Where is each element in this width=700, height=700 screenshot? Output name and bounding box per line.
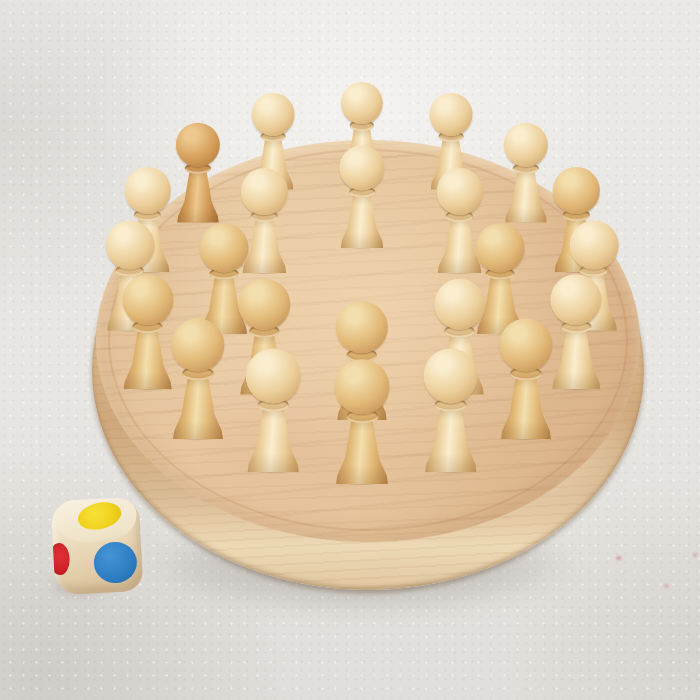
pawn-body — [499, 374, 552, 440]
pawn-outer-11[interactable] — [171, 319, 224, 440]
pawn-body — [504, 168, 548, 223]
pawn-head — [436, 168, 482, 214]
pawn-head — [476, 223, 525, 272]
pawn-head — [424, 349, 479, 404]
pawn-head — [551, 274, 602, 325]
pawn-body — [246, 405, 301, 472]
die-yellow-dot — [75, 498, 123, 533]
pawn-head — [239, 279, 290, 330]
pawn-outer-12[interactable] — [122, 274, 173, 390]
pawn-body — [171, 374, 224, 440]
die-red-dot — [51, 542, 71, 575]
pawn-head — [504, 123, 548, 167]
pawn-outer-15[interactable] — [176, 123, 220, 223]
pawn-head — [334, 359, 389, 414]
pawn-head — [429, 93, 472, 136]
pawn-outer-8[interactable] — [424, 349, 479, 473]
color-die[interactable] — [51, 497, 144, 595]
pawn-head — [339, 145, 384, 190]
pawn-outer-7[interactable] — [499, 319, 552, 440]
pawn-outer-6[interactable] — [551, 274, 602, 390]
pawn-head — [246, 349, 301, 404]
pawn-head — [252, 93, 295, 136]
pawn-head — [499, 319, 552, 372]
die-blue-dot — [93, 541, 138, 584]
pawn-head — [106, 221, 155, 270]
pawn-head — [553, 168, 599, 214]
pawn-head — [336, 301, 388, 353]
pawn-outer-9[interactable] — [334, 359, 389, 484]
pawn-body — [339, 192, 384, 248]
pawn-outer-3[interactable] — [504, 123, 548, 223]
pawn-body — [122, 326, 173, 389]
pawn-head — [200, 223, 249, 272]
die-top-face — [53, 499, 138, 545]
pawn-head — [341, 82, 383, 124]
pawn-inner-1[interactable] — [339, 145, 384, 248]
scene — [0, 0, 700, 700]
pawn-head — [570, 221, 619, 270]
pawn-head — [434, 279, 485, 330]
pawn-body — [424, 405, 479, 472]
pawn-head — [241, 168, 287, 214]
pawn-head — [122, 274, 173, 325]
pawn-head — [176, 123, 220, 167]
pawn-body — [176, 168, 220, 223]
pawn-body — [551, 326, 602, 389]
pawn-body — [334, 416, 389, 484]
pawn-outer-10[interactable] — [246, 349, 301, 473]
pawn-head — [171, 319, 224, 372]
pawn-head — [125, 168, 171, 214]
